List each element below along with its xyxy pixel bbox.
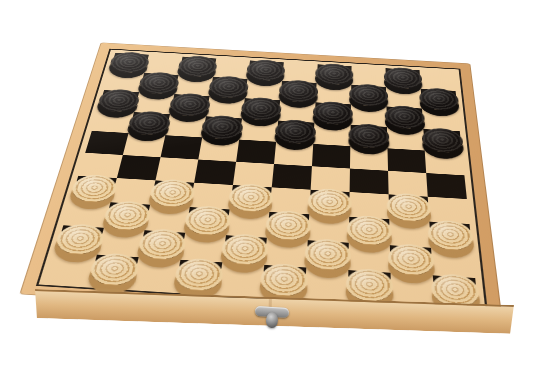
board-square[interactable] [272, 164, 312, 190]
board-square[interactable] [92, 110, 134, 133]
black-piece[interactable] [177, 55, 219, 77]
board-square[interactable] [165, 114, 206, 137]
board-square[interactable] [264, 238, 308, 268]
black-piece[interactable] [200, 115, 244, 141]
board-square[interactable] [267, 212, 309, 240]
board-square[interactable] [386, 106, 423, 129]
black-piece[interactable] [315, 63, 354, 86]
black-piece[interactable] [312, 101, 352, 126]
white-piece[interactable] [346, 268, 394, 303]
white-piece[interactable] [259, 263, 308, 298]
board-square[interactable] [97, 228, 145, 257]
board-square[interactable] [386, 68, 421, 89]
white-piece[interactable] [427, 219, 474, 251]
board-square[interactable] [55, 225, 104, 254]
board-square[interactable] [429, 222, 472, 251]
white-piece[interactable] [347, 215, 392, 246]
white-piece[interactable] [227, 183, 274, 213]
white-piece[interactable] [388, 243, 435, 276]
board-square[interactable] [433, 275, 478, 307]
board-square[interactable] [351, 85, 386, 107]
board-square[interactable] [117, 155, 161, 180]
board-square[interactable] [317, 64, 352, 85]
board-square[interactable] [222, 235, 267, 265]
board-square[interactable] [387, 127, 425, 151]
board-square[interactable] [98, 90, 139, 112]
black-piece[interactable] [168, 92, 212, 116]
board-square[interactable] [261, 265, 306, 296]
board-square[interactable] [314, 102, 351, 124]
scene [0, 0, 550, 383]
board-square[interactable] [236, 140, 276, 164]
board-square[interactable] [313, 123, 350, 146]
black-piece[interactable] [274, 119, 316, 145]
board-square[interactable] [350, 146, 388, 171]
board-square[interactable] [104, 202, 150, 230]
board-square[interactable] [276, 121, 314, 144]
black-piece[interactable] [421, 127, 464, 153]
board-square[interactable] [390, 245, 433, 275]
board-playing-area [36, 49, 488, 315]
board-square[interactable] [145, 205, 190, 233]
clasp-latch [254, 304, 290, 330]
board-square[interactable] [85, 131, 128, 155]
board-square[interactable] [349, 217, 390, 246]
board-square[interactable] [350, 169, 389, 195]
board-square[interactable] [389, 194, 430, 221]
board-grid [47, 53, 478, 307]
board-square[interactable] [71, 176, 117, 203]
board-square[interactable] [175, 260, 222, 291]
black-piece[interactable] [246, 59, 286, 82]
white-piece[interactable] [304, 238, 351, 271]
white-piece[interactable] [148, 178, 197, 207]
board-square[interactable] [218, 262, 264, 293]
clasp-knob-icon [265, 312, 278, 329]
white-piece[interactable] [265, 210, 312, 241]
board-square[interactable] [123, 133, 166, 157]
white-piece[interactable] [220, 233, 269, 266]
board-square[interactable] [63, 200, 110, 228]
board-square[interactable] [202, 116, 242, 139]
board-square[interactable] [170, 94, 210, 116]
board-square[interactable] [194, 159, 236, 185]
board-square[interactable] [230, 185, 272, 212]
black-piece[interactable] [278, 79, 318, 103]
board-square[interactable] [90, 255, 139, 286]
board-square[interactable] [350, 125, 387, 149]
black-piece[interactable] [385, 105, 426, 130]
board-square[interactable] [348, 270, 391, 302]
board-square[interactable] [129, 112, 170, 135]
board-square[interactable] [306, 240, 349, 270]
board-square[interactable] [185, 207, 229, 235]
black-piece[interactable] [384, 67, 423, 90]
board-square[interactable] [180, 233, 226, 263]
board-square[interactable] [421, 89, 458, 111]
board-square[interactable] [161, 135, 203, 159]
board-square[interactable] [210, 77, 248, 98]
black-piece[interactable] [208, 75, 250, 99]
board-square[interactable] [179, 57, 217, 77]
board-square[interactable] [242, 98, 280, 120]
board-frame [19, 42, 503, 324]
black-piece[interactable] [240, 97, 282, 122]
board-square[interactable] [110, 53, 149, 73]
board-square[interactable] [280, 81, 316, 102]
black-piece[interactable] [419, 87, 460, 111]
board-square[interactable] [309, 190, 349, 217]
white-piece[interactable] [307, 188, 352, 218]
black-piece[interactable] [348, 123, 389, 149]
board-square[interactable] [425, 151, 465, 176]
board-square[interactable] [150, 180, 194, 207]
board-square[interactable] [423, 129, 462, 153]
board-square[interactable] [305, 268, 349, 300]
board-square[interactable] [391, 273, 435, 305]
black-piece[interactable] [349, 83, 388, 107]
checkers-board [19, 42, 503, 324]
board-square[interactable] [274, 142, 313, 167]
board-square[interactable] [387, 148, 426, 173]
board-square[interactable] [239, 118, 278, 141]
white-piece[interactable] [387, 192, 432, 222]
board-square[interactable] [132, 257, 180, 288]
board-square[interactable] [139, 230, 186, 260]
board-square[interactable] [198, 137, 239, 161]
board-square[interactable] [247, 60, 283, 80]
board-square[interactable] [111, 178, 156, 205]
white-piece[interactable] [173, 257, 225, 291]
board-square[interactable] [47, 252, 97, 283]
white-piece[interactable] [183, 205, 232, 236]
board-square[interactable] [426, 173, 467, 199]
board-square[interactable] [139, 73, 178, 94]
board-square[interactable] [312, 144, 350, 169]
